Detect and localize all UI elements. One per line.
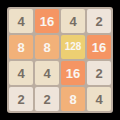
tile-16: 16 — [35, 9, 59, 33]
tile-4: 4 — [9, 9, 33, 33]
tile-2: 2 — [9, 87, 33, 111]
tile-4: 4 — [35, 61, 59, 85]
tile-16: 16 — [61, 61, 85, 85]
game-stage: 416428812816441622284 — [0, 0, 120, 120]
tile-4: 4 — [61, 9, 85, 33]
tile-4: 4 — [87, 87, 111, 111]
tile-2: 2 — [35, 87, 59, 111]
tile-4: 4 — [9, 61, 33, 85]
tile-2: 2 — [87, 61, 111, 85]
tile-16: 16 — [87, 35, 111, 59]
tile-8: 8 — [9, 35, 33, 59]
tile-2: 2 — [87, 9, 111, 33]
tile-8: 8 — [61, 87, 85, 111]
tile-128: 128 — [61, 35, 85, 59]
board-grid[interactable]: 416428812816441622284 — [7, 7, 113, 113]
tile-8: 8 — [35, 35, 59, 59]
